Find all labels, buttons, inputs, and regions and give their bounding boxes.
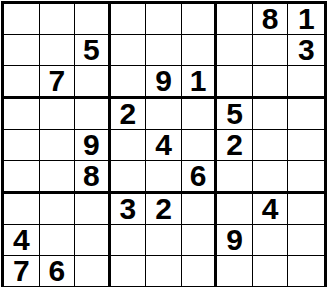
sudoku-cell-r7c8[interactable]: 4 — [253, 194, 289, 225]
sudoku-cell-r8c2[interactable] — [40, 225, 76, 256]
sudoku-cell-r8c5[interactable] — [146, 225, 182, 256]
sudoku-cell-r2c7[interactable] — [217, 35, 253, 66]
sudoku-cell-r6c5[interactable] — [146, 161, 182, 194]
sudoku-cell-r6c4[interactable] — [111, 161, 147, 194]
sudoku-board: 815379125942863244976 — [1, 1, 327, 287]
sudoku-cell-r2c5[interactable] — [146, 35, 182, 66]
sudoku-cell-r3c9[interactable] — [288, 66, 324, 99]
sudoku-cell-r4c5[interactable] — [146, 99, 182, 130]
sudoku-cell-r3c3[interactable] — [75, 66, 111, 99]
sudoku-cell-r5c4[interactable] — [111, 130, 147, 161]
sudoku-cell-r9c4[interactable] — [111, 256, 147, 286]
sudoku-cell-r5c2[interactable] — [40, 130, 76, 161]
sudoku-cell-r8c3[interactable] — [75, 225, 111, 256]
sudoku-cell-r7c1[interactable] — [4, 194, 40, 225]
sudoku-cell-r6c3[interactable]: 8 — [75, 161, 111, 194]
sudoku-cell-r1c3[interactable] — [75, 4, 111, 35]
sudoku-cell-r8c4[interactable] — [111, 225, 147, 256]
sudoku-cell-r4c2[interactable] — [40, 99, 76, 130]
sudoku-cell-r9c6[interactable] — [182, 256, 218, 286]
sudoku-cell-r7c7[interactable] — [217, 194, 253, 225]
sudoku-cell-r5c8[interactable] — [253, 130, 289, 161]
sudoku-cell-r5c6[interactable] — [182, 130, 218, 161]
sudoku-cell-r3c5[interactable]: 9 — [146, 66, 182, 99]
sudoku-cell-r1c6[interactable] — [182, 4, 218, 35]
sudoku-cell-r9c2[interactable]: 6 — [40, 256, 76, 286]
sudoku-cell-r4c9[interactable] — [288, 99, 324, 130]
sudoku-cell-r3c7[interactable] — [217, 66, 253, 99]
sudoku-cell-r9c9[interactable] — [288, 256, 324, 286]
sudoku-cell-r2c4[interactable] — [111, 35, 147, 66]
sudoku-cell-r2c2[interactable] — [40, 35, 76, 66]
sudoku-cell-r8c6[interactable] — [182, 225, 218, 256]
sudoku-cell-r6c8[interactable] — [253, 161, 289, 194]
sudoku-cell-r6c2[interactable] — [40, 161, 76, 194]
sudoku-cell-r4c8[interactable] — [253, 99, 289, 130]
sudoku-cell-r7c3[interactable] — [75, 194, 111, 225]
sudoku-cell-r5c5[interactable]: 4 — [146, 130, 182, 161]
sudoku-cell-r9c3[interactable] — [75, 256, 111, 286]
sudoku-cell-r1c9[interactable]: 1 — [288, 4, 324, 35]
sudoku-cell-r3c8[interactable] — [253, 66, 289, 99]
sudoku-cell-r2c1[interactable] — [4, 35, 40, 66]
sudoku-cell-r2c8[interactable] — [253, 35, 289, 66]
sudoku-cell-r7c6[interactable] — [182, 194, 218, 225]
sudoku-cell-r5c7[interactable]: 2 — [217, 130, 253, 161]
sudoku-cell-r1c7[interactable] — [217, 4, 253, 35]
sudoku-cell-r1c4[interactable] — [111, 4, 147, 35]
sudoku-cell-r7c2[interactable] — [40, 194, 76, 225]
sudoku-cell-r9c1[interactable]: 7 — [4, 256, 40, 286]
sudoku-cell-r7c5[interactable]: 2 — [146, 194, 182, 225]
sudoku-cell-r1c5[interactable] — [146, 4, 182, 35]
sudoku-cell-r5c3[interactable]: 9 — [75, 130, 111, 161]
sudoku-cell-r6c1[interactable] — [4, 161, 40, 194]
sudoku-cell-r3c4[interactable] — [111, 66, 147, 99]
sudoku-cell-r9c5[interactable] — [146, 256, 182, 286]
sudoku-cell-r2c3[interactable]: 5 — [75, 35, 111, 66]
sudoku-cell-r1c8[interactable]: 8 — [253, 4, 289, 35]
sudoku-cell-r8c8[interactable] — [253, 225, 289, 256]
sudoku-cell-r8c7[interactable]: 9 — [217, 225, 253, 256]
sudoku-cell-r4c6[interactable] — [182, 99, 218, 130]
sudoku-cell-r2c6[interactable] — [182, 35, 218, 66]
sudoku-cell-r8c9[interactable] — [288, 225, 324, 256]
sudoku-cell-r4c1[interactable] — [4, 99, 40, 130]
sudoku-cell-r1c2[interactable] — [40, 4, 76, 35]
sudoku-cell-r7c9[interactable] — [288, 194, 324, 225]
sudoku-cell-r9c7[interactable] — [217, 256, 253, 286]
sudoku-cell-r7c4[interactable]: 3 — [111, 194, 147, 225]
sudoku-cell-r6c6[interactable]: 6 — [182, 161, 218, 194]
sudoku-cell-r6c7[interactable] — [217, 161, 253, 194]
sudoku-cell-r5c9[interactable] — [288, 130, 324, 161]
sudoku-cell-r4c3[interactable] — [75, 99, 111, 130]
sudoku-cell-r4c4[interactable]: 2 — [111, 99, 147, 130]
sudoku-cell-r2c9[interactable]: 3 — [288, 35, 324, 66]
sudoku-cell-r4c7[interactable]: 5 — [217, 99, 253, 130]
sudoku-cell-r8c1[interactable]: 4 — [4, 225, 40, 256]
sudoku-cell-r6c9[interactable] — [288, 161, 324, 194]
sudoku-cell-r3c2[interactable]: 7 — [40, 66, 76, 99]
sudoku-cell-r3c6[interactable]: 1 — [182, 66, 218, 99]
sudoku-cell-r3c1[interactable] — [4, 66, 40, 99]
sudoku-cell-r5c1[interactable] — [4, 130, 40, 161]
sudoku-cell-r1c1[interactable] — [4, 4, 40, 35]
sudoku-cell-r9c8[interactable] — [253, 256, 289, 286]
